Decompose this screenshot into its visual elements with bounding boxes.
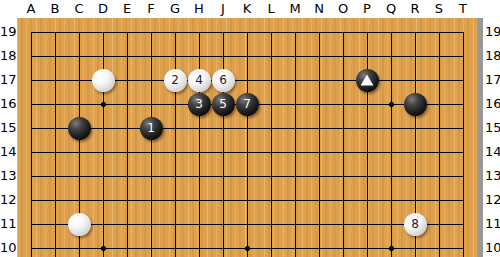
row-label: 19 [485,20,500,44]
row-label: 17 [485,68,500,92]
stone-white[interactable]: 4 [188,69,211,92]
row-label: 13 [485,164,500,188]
stone-black[interactable] [404,93,427,116]
stone-black[interactable] [68,117,91,140]
column-label: J [211,0,235,18]
column-label: L [259,0,283,18]
column-labels: ABCDEFGHJKLMNOPQRST [19,0,475,18]
row-label: 16 [0,92,15,116]
move-number-label: 4 [195,74,203,86]
row-label: 14 [485,140,500,164]
row-label: 11 [0,212,15,236]
move-number-label: 5 [219,98,227,110]
stone-white[interactable] [92,69,115,92]
row-label: 13 [0,164,15,188]
row-label: 18 [485,44,500,68]
column-label: K [235,0,259,18]
stone-white[interactable]: 2 [164,69,187,92]
row-labels-right: 19181716151413121110 [485,20,500,257]
row-label: 19 [0,20,15,44]
row-label: 10 [0,236,15,257]
column-label: E [115,0,139,18]
column-label: P [355,0,379,18]
column-label: H [187,0,211,18]
row-label: 11 [485,212,500,236]
column-label: A [19,0,43,18]
stone-black[interactable]: 1 [140,117,163,140]
row-label: 12 [485,188,500,212]
row-label: 12 [0,188,15,212]
go-board[interactable]: 24681357 [17,18,478,257]
stone-white[interactable]: 8 [404,213,427,236]
stone-black[interactable] [356,69,379,92]
go-board-diagram: ABCDEFGHJKLMNOPQRST 19181716151413121110… [0,0,500,257]
move-number-label: 3 [195,98,203,110]
stone-black[interactable]: 3 [188,93,211,116]
column-label: B [43,0,67,18]
move-number-label: 6 [219,74,227,86]
move-number-label: 8 [411,218,419,230]
row-label: 15 [0,116,15,140]
column-label: D [91,0,115,18]
column-label: R [403,0,427,18]
row-label: 18 [0,44,15,68]
row-label: 16 [485,92,500,116]
column-label: T [451,0,475,18]
column-label: N [307,0,331,18]
stone-white[interactable] [68,213,91,236]
stone-white[interactable]: 6 [212,69,235,92]
stone-black[interactable]: 7 [236,93,259,116]
row-label: 17 [0,68,15,92]
row-labels-left: 19181716151413121110 [0,20,15,257]
board-shadow [478,18,483,257]
column-label: C [67,0,91,18]
move-number-label: 1 [147,122,155,134]
column-label: S [427,0,451,18]
stone-black[interactable]: 5 [212,93,235,116]
column-label: O [331,0,355,18]
column-label: Q [379,0,403,18]
row-label: 14 [0,140,15,164]
row-label: 15 [485,116,500,140]
column-label: G [163,0,187,18]
column-label: M [283,0,307,18]
stones-layer: 24681357 [19,20,475,257]
row-label: 10 [485,236,500,257]
column-label: F [139,0,163,18]
move-number-label: 2 [171,74,179,86]
move-number-label: 7 [243,98,251,110]
triangle-mark-icon [361,75,374,86]
